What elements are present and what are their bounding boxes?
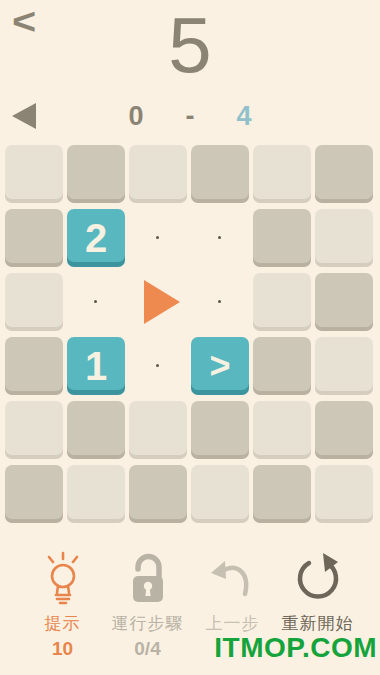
app-screen: < 5 0 - 4 21> 提示 bbox=[0, 0, 380, 675]
cell-dot bbox=[156, 236, 159, 239]
play-cell-r3c3[interactable] bbox=[129, 273, 187, 331]
wall-tile-light-r5c1 bbox=[5, 401, 63, 459]
cell-dot bbox=[218, 300, 221, 303]
wall-tile-dark-r4c5 bbox=[253, 337, 311, 395]
empty-cell-r2c4 bbox=[191, 209, 249, 267]
cell-dot bbox=[218, 236, 221, 239]
wall-tile-dark-r1c6 bbox=[315, 145, 373, 203]
wall-tile-light-r1c3 bbox=[129, 145, 187, 203]
wall-tile-dark-r2c5 bbox=[253, 209, 311, 267]
restart-circle-icon bbox=[292, 546, 344, 608]
cell-dot bbox=[156, 364, 159, 367]
unlocked-padlock-icon bbox=[124, 546, 172, 608]
teal-tile-1-r4c2[interactable]: 1 bbox=[67, 337, 125, 395]
run-steps-button[interactable]: 運行步驟 0/4 bbox=[105, 546, 190, 660]
play-triangle-icon[interactable] bbox=[144, 280, 180, 324]
wall-tile-dark-r5c4 bbox=[191, 401, 249, 459]
hint-count: 10 bbox=[52, 638, 73, 660]
undo-arrow-icon bbox=[208, 546, 258, 608]
wall-tile-light-r6c6 bbox=[315, 465, 373, 523]
teal-tile-2-r2c2[interactable]: 2 bbox=[67, 209, 125, 267]
run-steps-label: 運行步驟 bbox=[112, 612, 184, 635]
cell-dot bbox=[94, 300, 97, 303]
wall-tile-dark-r5c2 bbox=[67, 401, 125, 459]
wall-tile-dark-r5c6 bbox=[315, 401, 373, 459]
lightbulb-icon bbox=[40, 546, 86, 608]
wall-tile-dark-r4c1 bbox=[5, 337, 63, 395]
wall-tile-light-r6c4 bbox=[191, 465, 249, 523]
wall-tile-dark-r1c4 bbox=[191, 145, 249, 203]
wall-tile-dark-r1c2 bbox=[67, 145, 125, 203]
level-nav: 0 - 4 bbox=[0, 96, 380, 136]
levels-completed: 0 bbox=[128, 101, 143, 132]
wall-tile-dark-r6c5 bbox=[253, 465, 311, 523]
run-steps-count: 0/4 bbox=[134, 638, 160, 660]
wall-tile-light-r5c3 bbox=[129, 401, 187, 459]
wall-tile-dark-r3c6 bbox=[315, 273, 373, 331]
hint-button[interactable]: 提示 10 bbox=[20, 546, 105, 660]
empty-cell-r4c3 bbox=[129, 337, 187, 395]
empty-cell-r2c3 bbox=[129, 209, 187, 267]
levels-total: 4 bbox=[237, 101, 252, 132]
level-progress: 0 - 4 bbox=[0, 96, 380, 136]
empty-cell-r3c2 bbox=[67, 273, 125, 331]
site-watermark: ITMOP.COM bbox=[214, 632, 377, 664]
puzzle-board: 21> bbox=[5, 145, 373, 523]
wall-tile-dark-r6c3 bbox=[129, 465, 187, 523]
wall-tile-light-r5c5 bbox=[253, 401, 311, 459]
hint-label: 提示 bbox=[45, 612, 81, 635]
wall-tile-light-r1c1 bbox=[5, 145, 63, 203]
wall-tile-light-r2c6 bbox=[315, 209, 373, 267]
wall-tile-dark-r6c1 bbox=[5, 465, 63, 523]
wall-tile-light-r1c5 bbox=[253, 145, 311, 203]
teal-tile-right-arrow-r4c4[interactable]: > bbox=[191, 337, 249, 395]
wall-tile-light-r4c6 bbox=[315, 337, 373, 395]
wall-tile-light-r3c1 bbox=[5, 273, 63, 331]
level-number: 5 bbox=[0, 2, 380, 88]
wall-tile-light-r6c2 bbox=[67, 465, 125, 523]
wall-tile-light-r3c5 bbox=[253, 273, 311, 331]
wall-tile-dark-r2c1 bbox=[5, 209, 63, 267]
empty-cell-r3c4 bbox=[191, 273, 249, 331]
progress-separator: - bbox=[186, 101, 195, 132]
